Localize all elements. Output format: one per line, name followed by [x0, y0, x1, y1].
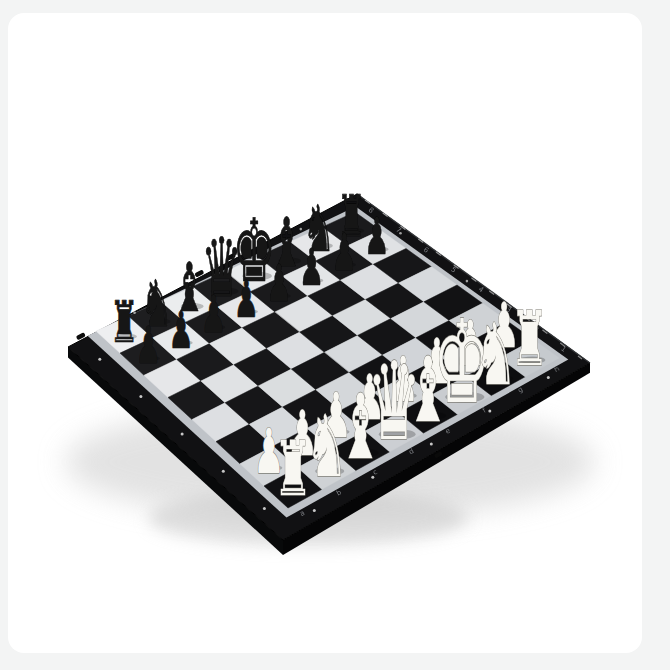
black-pawn-b7: ♟	[168, 301, 194, 360]
black-rook-a8: ♜	[110, 288, 139, 355]
black-pawn-a7: ♟	[135, 317, 161, 376]
black-pawn-c7: ♟	[201, 285, 227, 344]
black-pawn-d7: ♟	[233, 270, 259, 329]
black-pawn-h7: ♟	[364, 207, 390, 266]
black-pawn-f7: ♟	[299, 239, 325, 298]
black-pawn-e7: ♟	[266, 254, 292, 313]
black-pawn-g7: ♟	[331, 223, 357, 282]
chessboard-photo: abcdefgh87654321♜♞♝♛♚♝♞♜♟♟♟♟♟♟♟♟♟♟♟♟♟♟♟♟…	[0, 0, 670, 670]
white-rook-h1: ♜	[510, 295, 548, 384]
